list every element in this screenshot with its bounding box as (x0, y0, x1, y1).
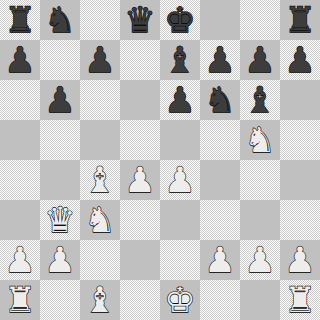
square-g2[interactable]: ♟ (240, 240, 280, 280)
square-f6[interactable]: ♞ (200, 80, 240, 120)
white-pawn-piece[interactable]: ♟ (284, 240, 315, 280)
square-b7[interactable] (40, 40, 80, 80)
square-c1[interactable]: ♝ (80, 280, 120, 320)
square-h4[interactable] (280, 160, 320, 200)
chess-board: ♜♞♛♚♜♟♟♝♟♟♟♟♟♞♝♞♝♟♟♛♞♟♟♟♟♟♜♝♚♜ (0, 0, 320, 320)
black-bishop-piece[interactable]: ♝ (164, 40, 195, 80)
white-knight-piece[interactable]: ♞ (84, 200, 115, 240)
black-rook-piece[interactable]: ♜ (284, 0, 315, 40)
square-g1[interactable] (240, 280, 280, 320)
white-pawn-piece[interactable]: ♟ (44, 240, 75, 280)
square-e5[interactable] (160, 120, 200, 160)
square-f4[interactable] (200, 160, 240, 200)
square-a1[interactable]: ♜ (0, 280, 40, 320)
square-f3[interactable] (200, 200, 240, 240)
white-rook-piece[interactable]: ♜ (284, 280, 315, 320)
square-c5[interactable] (80, 120, 120, 160)
square-e1[interactable]: ♚ (160, 280, 200, 320)
square-c3[interactable]: ♞ (80, 200, 120, 240)
white-rook-piece[interactable]: ♜ (4, 280, 35, 320)
black-pawn-piece[interactable]: ♟ (4, 40, 35, 80)
white-pawn-piece[interactable]: ♟ (244, 240, 275, 280)
square-g8[interactable] (240, 0, 280, 40)
square-h2[interactable]: ♟ (280, 240, 320, 280)
black-pawn-piece[interactable]: ♟ (284, 40, 315, 80)
white-king-piece[interactable]: ♚ (164, 280, 195, 320)
square-c6[interactable] (80, 80, 120, 120)
black-king-piece[interactable]: ♚ (164, 0, 195, 40)
black-pawn-piece[interactable]: ♟ (204, 40, 235, 80)
square-d6[interactable] (120, 80, 160, 120)
square-h5[interactable] (280, 120, 320, 160)
square-g5[interactable]: ♞ (240, 120, 280, 160)
white-queen-piece[interactable]: ♛ (44, 200, 75, 240)
square-f7[interactable]: ♟ (200, 40, 240, 80)
square-f1[interactable] (200, 280, 240, 320)
square-a8[interactable]: ♜ (0, 0, 40, 40)
black-knight-piece[interactable]: ♞ (44, 0, 75, 40)
square-a6[interactable] (0, 80, 40, 120)
square-b5[interactable] (40, 120, 80, 160)
white-bishop-piece[interactable]: ♝ (84, 160, 115, 200)
square-a2[interactable]: ♟ (0, 240, 40, 280)
white-pawn-piece[interactable]: ♟ (4, 240, 35, 280)
black-queen-piece[interactable]: ♛ (124, 0, 155, 40)
white-pawn-piece[interactable]: ♟ (204, 240, 235, 280)
square-a7[interactable]: ♟ (0, 40, 40, 80)
square-a5[interactable] (0, 120, 40, 160)
square-b8[interactable]: ♞ (40, 0, 80, 40)
white-pawn-piece[interactable]: ♟ (124, 160, 155, 200)
square-h6[interactable] (280, 80, 320, 120)
black-knight-piece[interactable]: ♞ (204, 80, 235, 120)
square-b3[interactable]: ♛ (40, 200, 80, 240)
square-b4[interactable] (40, 160, 80, 200)
square-e8[interactable]: ♚ (160, 0, 200, 40)
square-e3[interactable] (160, 200, 200, 240)
square-e2[interactable] (160, 240, 200, 280)
black-rook-piece[interactable]: ♜ (4, 0, 35, 40)
square-h3[interactable] (280, 200, 320, 240)
square-a4[interactable] (0, 160, 40, 200)
square-g3[interactable] (240, 200, 280, 240)
square-d8[interactable]: ♛ (120, 0, 160, 40)
white-bishop-piece[interactable]: ♝ (84, 280, 115, 320)
square-e6[interactable]: ♟ (160, 80, 200, 120)
black-pawn-piece[interactable]: ♟ (164, 80, 195, 120)
square-d1[interactable] (120, 280, 160, 320)
square-c2[interactable] (80, 240, 120, 280)
square-h8[interactable]: ♜ (280, 0, 320, 40)
black-pawn-piece[interactable]: ♟ (44, 80, 75, 120)
white-pawn-piece[interactable]: ♟ (164, 160, 195, 200)
square-d2[interactable] (120, 240, 160, 280)
square-b6[interactable]: ♟ (40, 80, 80, 120)
square-f2[interactable]: ♟ (200, 240, 240, 280)
square-g6[interactable]: ♝ (240, 80, 280, 120)
square-f5[interactable] (200, 120, 240, 160)
square-d4[interactable]: ♟ (120, 160, 160, 200)
square-c7[interactable]: ♟ (80, 40, 120, 80)
square-g4[interactable] (240, 160, 280, 200)
square-f8[interactable] (200, 0, 240, 40)
square-h1[interactable]: ♜ (280, 280, 320, 320)
square-c4[interactable]: ♝ (80, 160, 120, 200)
black-bishop-piece[interactable]: ♝ (244, 80, 275, 120)
square-b1[interactable] (40, 280, 80, 320)
square-d3[interactable] (120, 200, 160, 240)
square-e4[interactable]: ♟ (160, 160, 200, 200)
square-d7[interactable] (120, 40, 160, 80)
square-c8[interactable] (80, 0, 120, 40)
square-b2[interactable]: ♟ (40, 240, 80, 280)
black-pawn-piece[interactable]: ♟ (84, 40, 115, 80)
square-g7[interactable]: ♟ (240, 40, 280, 80)
black-pawn-piece[interactable]: ♟ (244, 40, 275, 80)
square-h7[interactable]: ♟ (280, 40, 320, 80)
square-d5[interactable] (120, 120, 160, 160)
square-e7[interactable]: ♝ (160, 40, 200, 80)
white-knight-piece[interactable]: ♞ (244, 120, 275, 160)
square-a3[interactable] (0, 200, 40, 240)
